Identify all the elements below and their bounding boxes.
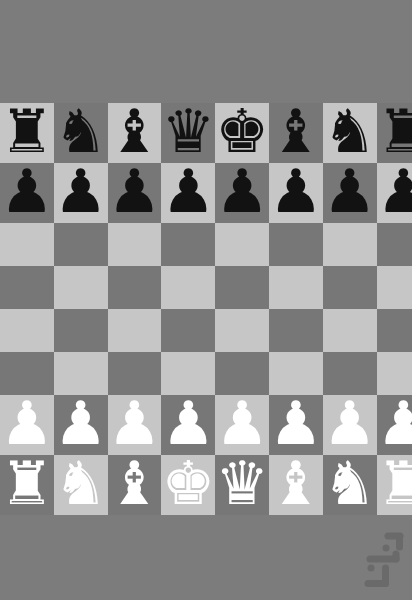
piece-white-king[interactable]: ♚ (161, 453, 215, 513)
square-b7[interactable]: ♟ (54, 163, 108, 223)
square-c7[interactable]: ♟ (108, 163, 162, 223)
piece-black-bishop[interactable]: ♝ (108, 101, 162, 161)
piece-white-pawn[interactable]: ♟ (54, 393, 108, 453)
piece-black-pawn[interactable]: ♟ (323, 161, 377, 221)
square-a3[interactable] (0, 352, 54, 395)
square-c4[interactable] (108, 309, 162, 352)
square-c8[interactable]: ♝ (108, 103, 162, 163)
square-h3[interactable] (377, 352, 412, 395)
square-g7[interactable]: ♟ (323, 163, 377, 223)
square-c2[interactable]: ♟ (108, 395, 162, 455)
piece-black-pawn[interactable]: ♟ (269, 161, 323, 221)
piece-black-rook[interactable]: ♜ (377, 101, 412, 161)
square-h6[interactable] (377, 223, 412, 266)
square-c3[interactable] (108, 352, 162, 395)
piece-black-queen[interactable]: ♛ (161, 101, 215, 161)
square-b2[interactable]: ♟ (54, 395, 108, 455)
app-background: ♜♞♝♛♚♝♞♜♟♟♟♟♟♟♟♟♟♟♟♟♟♟♟♟♜♞♝♚♛♝♞♜ (0, 0, 412, 600)
piece-black-rook[interactable]: ♜ (0, 101, 54, 161)
square-a5[interactable] (0, 266, 54, 309)
square-a4[interactable] (0, 309, 54, 352)
piece-black-knight[interactable]: ♞ (54, 101, 108, 161)
square-d6[interactable] (161, 223, 215, 266)
square-f5[interactable] (269, 266, 323, 309)
square-g8[interactable]: ♞ (323, 103, 377, 163)
piece-white-pawn[interactable]: ♟ (377, 393, 412, 453)
piece-black-king[interactable]: ♚ (215, 101, 269, 161)
square-g6[interactable] (323, 223, 377, 266)
square-e2[interactable]: ♟ (215, 395, 269, 455)
square-a2[interactable]: ♟ (0, 395, 54, 455)
square-b6[interactable] (54, 223, 108, 266)
square-e4[interactable] (215, 309, 269, 352)
piece-white-pawn[interactable]: ♟ (215, 393, 269, 453)
square-f7[interactable]: ♟ (269, 163, 323, 223)
square-g1[interactable]: ♞ (323, 455, 377, 515)
piece-white-bishop[interactable]: ♝ (108, 453, 162, 513)
square-f4[interactable] (269, 309, 323, 352)
square-f1[interactable]: ♝ (269, 455, 323, 515)
piece-white-bishop[interactable]: ♝ (269, 453, 323, 513)
piece-black-knight[interactable]: ♞ (323, 101, 377, 161)
square-d8[interactable]: ♛ (161, 103, 215, 163)
square-e1[interactable]: ♛ (215, 455, 269, 515)
square-a1[interactable]: ♜ (0, 455, 54, 515)
square-b4[interactable] (54, 309, 108, 352)
piece-white-rook[interactable]: ♜ (0, 453, 54, 513)
square-e7[interactable]: ♟ (215, 163, 269, 223)
square-h8[interactable]: ♜ (377, 103, 412, 163)
piece-white-knight[interactable]: ♞ (323, 453, 377, 513)
square-h1[interactable]: ♜ (377, 455, 412, 515)
square-e8[interactable]: ♚ (215, 103, 269, 163)
piece-black-pawn[interactable]: ♟ (377, 161, 412, 221)
piece-white-rook[interactable]: ♜ (377, 453, 412, 513)
square-e6[interactable] (215, 223, 269, 266)
piece-black-pawn[interactable]: ♟ (0, 161, 54, 221)
square-c1[interactable]: ♝ (108, 455, 162, 515)
square-h7[interactable]: ♟ (377, 163, 412, 223)
square-d1[interactable]: ♚ (161, 455, 215, 515)
piece-white-pawn[interactable]: ♟ (323, 393, 377, 453)
square-h2[interactable]: ♟ (377, 395, 412, 455)
piece-white-knight[interactable]: ♞ (54, 453, 108, 513)
piece-black-pawn[interactable]: ♟ (215, 161, 269, 221)
square-c6[interactable] (108, 223, 162, 266)
piece-white-pawn[interactable]: ♟ (161, 393, 215, 453)
square-a7[interactable]: ♟ (0, 163, 54, 223)
bazaar-watermark-icon (356, 526, 408, 594)
square-h5[interactable] (377, 266, 412, 309)
square-b1[interactable]: ♞ (54, 455, 108, 515)
square-g3[interactable] (323, 352, 377, 395)
square-e5[interactable] (215, 266, 269, 309)
piece-white-pawn[interactable]: ♟ (108, 393, 162, 453)
square-d3[interactable] (161, 352, 215, 395)
square-h4[interactable] (377, 309, 412, 352)
square-f6[interactable] (269, 223, 323, 266)
piece-black-pawn[interactable]: ♟ (54, 161, 108, 221)
square-f8[interactable]: ♝ (269, 103, 323, 163)
square-f3[interactable] (269, 352, 323, 395)
square-d5[interactable] (161, 266, 215, 309)
square-d2[interactable]: ♟ (161, 395, 215, 455)
square-g2[interactable]: ♟ (323, 395, 377, 455)
piece-black-pawn[interactable]: ♟ (108, 161, 162, 221)
square-b8[interactable]: ♞ (54, 103, 108, 163)
piece-white-queen[interactable]: ♛ (215, 453, 269, 513)
square-g4[interactable] (323, 309, 377, 352)
piece-white-pawn[interactable]: ♟ (269, 393, 323, 453)
square-e3[interactable] (215, 352, 269, 395)
chess-board: ♜♞♝♛♚♝♞♜♟♟♟♟♟♟♟♟♟♟♟♟♟♟♟♟♜♞♝♚♛♝♞♜ (0, 103, 412, 515)
square-a8[interactable]: ♜ (0, 103, 54, 163)
square-b3[interactable] (54, 352, 108, 395)
square-b5[interactable] (54, 266, 108, 309)
piece-white-pawn[interactable]: ♟ (0, 393, 54, 453)
square-d7[interactable]: ♟ (161, 163, 215, 223)
piece-black-bishop[interactable]: ♝ (269, 101, 323, 161)
square-a6[interactable] (0, 223, 54, 266)
square-g5[interactable] (323, 266, 377, 309)
square-d4[interactable] (161, 309, 215, 352)
square-c5[interactable] (108, 266, 162, 309)
piece-black-pawn[interactable]: ♟ (161, 161, 215, 221)
square-f2[interactable]: ♟ (269, 395, 323, 455)
